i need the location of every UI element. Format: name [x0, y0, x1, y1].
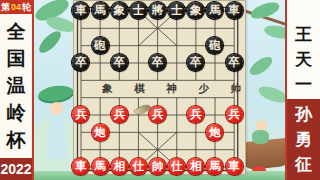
piece-red-elephant[interactable]: 相	[187, 158, 204, 175]
round-suffix: 轮	[22, 1, 31, 14]
piece-red-horse[interactable]: 馬	[206, 158, 223, 175]
piece-black-soldier[interactable]: 卒	[149, 54, 166, 71]
piece-black-advisor[interactable]: 士	[168, 2, 185, 19]
piece-red-soldier[interactable]: 兵	[226, 106, 243, 123]
player-bottom-char: 勇	[295, 127, 312, 152]
event-title-char: 国	[7, 46, 26, 72]
year-badge: 2022	[0, 158, 32, 180]
piece-red-chariot[interactable]: 車	[226, 158, 243, 175]
player-top-char: 王	[295, 22, 312, 47]
piece-black-cannon[interactable]: 砲	[92, 37, 109, 54]
piece-black-soldier[interactable]: 卒	[187, 54, 204, 71]
event-title: 全 国 温 岭 杯	[0, 14, 32, 158]
piece-red-general[interactable]: 帥	[149, 158, 166, 175]
round-prefix: 第	[1, 1, 10, 14]
piece-red-chariot[interactable]: 車	[72, 158, 89, 175]
piece-red-advisor[interactable]: 仕	[168, 158, 185, 175]
piece-black-advisor[interactable]: 士	[130, 2, 147, 19]
player-bottom-char: 孙	[295, 102, 312, 127]
piece-red-cannon[interactable]: 炮	[92, 124, 109, 141]
decor-boat-child-body	[252, 130, 269, 144]
piece-black-cannon[interactable]: 砲	[206, 37, 223, 54]
player-top-char: 一	[295, 72, 312, 97]
piece-black-general[interactable]: 將	[149, 2, 166, 19]
event-title-char: 温	[7, 73, 26, 99]
piece-black-chariot[interactable]: 車	[226, 2, 243, 19]
piece-red-soldier[interactable]: 兵	[72, 106, 89, 123]
pieces-layer: 車馬象士將士象馬車砲砲卒卒卒卒卒兵兵兵兵兵炮炮車馬相仕帥仕相馬車	[71, 2, 243, 175]
player-bottom-char: 征	[295, 152, 312, 177]
decor-girl-head	[50, 102, 63, 115]
piece-red-elephant[interactable]: 相	[111, 158, 128, 175]
xiangqi-board: 象 棋 神 少 帅 車馬象士將士象馬車砲砲卒卒卒卒卒兵兵兵兵兵炮炮車馬相仕帥仕相…	[73, 0, 246, 175]
piece-red-soldier[interactable]: 兵	[149, 106, 166, 123]
players-panel: 王 天 一 孙 勇 征	[285, 0, 320, 180]
round-number: 04	[11, 2, 21, 12]
piece-red-soldier[interactable]: 兵	[111, 106, 128, 123]
piece-red-advisor[interactable]: 仕	[130, 158, 147, 175]
piece-red-cannon[interactable]: 炮	[206, 124, 223, 141]
piece-black-soldier[interactable]: 卒	[226, 54, 243, 71]
piece-black-soldier[interactable]: 卒	[72, 54, 89, 71]
player-name-top: 王 天 一	[287, 0, 320, 99]
piece-black-horse[interactable]: 馬	[92, 2, 109, 19]
thumbnail: 象 棋 神 少 帅 車馬象士將士象馬車砲砲卒卒卒卒卒兵兵兵兵兵炮炮車馬相仕帥仕相…	[0, 0, 320, 180]
piece-black-soldier[interactable]: 卒	[111, 54, 128, 71]
round-badge: 第04轮	[0, 0, 32, 14]
piece-black-elephant[interactable]: 象	[187, 2, 204, 19]
left-banner: 第04轮 全 国 温 岭 杯 2022	[0, 0, 34, 180]
piece-black-elephant[interactable]: 象	[111, 2, 128, 19]
event-title-char: 杯	[7, 127, 26, 153]
piece-black-chariot[interactable]: 車	[72, 2, 89, 19]
event-title-char: 全	[7, 19, 26, 45]
player-top-char: 天	[295, 47, 312, 72]
player-name-bottom: 孙 勇 征	[287, 99, 320, 180]
event-title-char: 岭	[7, 100, 26, 126]
piece-black-horse[interactable]: 馬	[206, 2, 223, 19]
piece-red-horse[interactable]: 馬	[92, 158, 109, 175]
piece-red-soldier[interactable]: 兵	[187, 106, 204, 123]
